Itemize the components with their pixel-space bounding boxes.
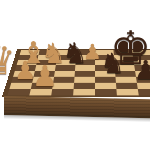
board-square	[7, 89, 30, 96]
chess-photo-scene: ♛♝♟♞♟♞♟♞♚♟	[0, 0, 150, 150]
black-knight-1[interactable]: ♞	[62, 39, 88, 68]
board-square	[116, 89, 138, 96]
white-pawn-2[interactable]: ♟	[32, 62, 58, 91]
black-knight-2[interactable]: ♞	[100, 50, 125, 78]
board-square	[73, 89, 95, 96]
board-square	[138, 89, 150, 96]
board-square	[95, 89, 117, 96]
black-pawn[interactable]: ♟	[134, 57, 150, 83]
board-front-edge	[4, 96, 150, 118]
